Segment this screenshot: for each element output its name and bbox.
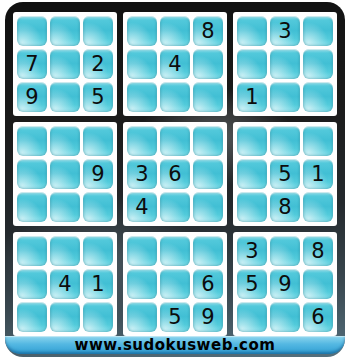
cell-r4c3[interactable] xyxy=(83,126,113,156)
cell-r4c7[interactable] xyxy=(237,126,267,156)
cell-r5c1[interactable] xyxy=(17,159,47,189)
cell-r9c1[interactable] xyxy=(17,302,47,332)
cell-r3c4[interactable] xyxy=(127,82,157,112)
cell-r2c2[interactable] xyxy=(50,49,80,79)
cell-r3c2[interactable] xyxy=(50,82,80,112)
cell-r8c4[interactable] xyxy=(127,269,157,299)
cell-r9c8[interactable] xyxy=(270,302,300,332)
cell-r8c7[interactable]: 5 xyxy=(237,269,267,299)
cell-r9c4[interactable] xyxy=(127,302,157,332)
cell-r1c1[interactable] xyxy=(17,16,47,46)
cell-r3c1[interactable]: 9 xyxy=(17,82,47,112)
box-2: 84 xyxy=(123,12,227,116)
cell-r2c3[interactable]: 2 xyxy=(83,49,113,79)
cell-r4c8[interactable] xyxy=(270,126,300,156)
cell-r2c7[interactable] xyxy=(237,49,267,79)
cell-r6c5[interactable] xyxy=(160,192,190,222)
cell-r1c3[interactable] xyxy=(83,16,113,46)
cell-r5c6[interactable] xyxy=(193,159,223,189)
cell-r7c5[interactable] xyxy=(160,236,190,266)
cell-r3c6[interactable] xyxy=(193,82,223,112)
cell-r6c4[interactable]: 4 xyxy=(127,192,157,222)
cell-r7c7[interactable]: 3 xyxy=(237,236,267,266)
cell-r3c9[interactable] xyxy=(303,82,333,112)
cell-r4c5[interactable] xyxy=(160,126,190,156)
cell-r1c7[interactable] xyxy=(237,16,267,46)
cell-r4c6[interactable] xyxy=(193,126,223,156)
cell-r7c8[interactable] xyxy=(270,236,300,266)
cell-r6c1[interactable] xyxy=(17,192,47,222)
cell-r6c9[interactable] xyxy=(303,192,333,222)
cell-r8c1[interactable] xyxy=(17,269,47,299)
cell-r9c9[interactable]: 6 xyxy=(303,302,333,332)
cell-r3c5[interactable] xyxy=(160,82,190,112)
cell-r6c3[interactable] xyxy=(83,192,113,222)
cell-r5c3[interactable]: 9 xyxy=(83,159,113,189)
cell-r7c4[interactable] xyxy=(127,236,157,266)
cell-r9c5[interactable]: 5 xyxy=(160,302,190,332)
cell-r1c2[interactable] xyxy=(50,16,80,46)
cell-r4c9[interactable] xyxy=(303,126,333,156)
box-3: 31 xyxy=(233,12,337,116)
cell-r7c9[interactable]: 8 xyxy=(303,236,333,266)
box-7: 41 xyxy=(13,232,117,336)
cell-r5c4[interactable]: 3 xyxy=(127,159,157,189)
cell-r6c2[interactable] xyxy=(50,192,80,222)
cell-r3c8[interactable] xyxy=(270,82,300,112)
sudoku-frame: 7295843193645184165938596 www.sudokusweb… xyxy=(5,2,345,357)
box-4: 9 xyxy=(13,122,117,226)
cell-r2c8[interactable] xyxy=(270,49,300,79)
cell-r9c2[interactable] xyxy=(50,302,80,332)
cell-r7c3[interactable] xyxy=(83,236,113,266)
cell-r5c9[interactable]: 1 xyxy=(303,159,333,189)
cell-r6c8[interactable]: 8 xyxy=(270,192,300,222)
cell-r2c5[interactable]: 4 xyxy=(160,49,190,79)
cell-r4c1[interactable] xyxy=(17,126,47,156)
cell-r2c4[interactable] xyxy=(127,49,157,79)
cell-r5c7[interactable] xyxy=(237,159,267,189)
cell-r8c9[interactable] xyxy=(303,269,333,299)
cell-r1c4[interactable] xyxy=(127,16,157,46)
cell-r7c6[interactable] xyxy=(193,236,223,266)
cell-r4c2[interactable] xyxy=(50,126,80,156)
box-1: 7295 xyxy=(13,12,117,116)
cell-r2c1[interactable]: 7 xyxy=(17,49,47,79)
cell-r8c8[interactable]: 9 xyxy=(270,269,300,299)
cell-r9c6[interactable]: 9 xyxy=(193,302,223,332)
cell-r1c8[interactable]: 3 xyxy=(270,16,300,46)
cell-r8c2[interactable]: 4 xyxy=(50,269,80,299)
sudokusweb-link[interactable]: www.sudokusweb.com xyxy=(75,336,276,354)
cell-r7c2[interactable] xyxy=(50,236,80,266)
cell-r6c6[interactable] xyxy=(193,192,223,222)
cell-r5c2[interactable] xyxy=(50,159,80,189)
cell-r2c9[interactable] xyxy=(303,49,333,79)
sudoku-board: 7295843193645184165938596 xyxy=(5,2,345,336)
cell-r5c8[interactable]: 5 xyxy=(270,159,300,189)
cell-r2c6[interactable] xyxy=(193,49,223,79)
cell-r6c7[interactable] xyxy=(237,192,267,222)
cell-r3c3[interactable]: 5 xyxy=(83,82,113,112)
cell-r1c9[interactable] xyxy=(303,16,333,46)
cell-r8c5[interactable] xyxy=(160,269,190,299)
cell-r8c6[interactable]: 6 xyxy=(193,269,223,299)
cell-r1c5[interactable] xyxy=(160,16,190,46)
footer-bar: www.sudokusweb.com xyxy=(5,336,345,354)
cell-r8c3[interactable]: 1 xyxy=(83,269,113,299)
cell-r9c3[interactable] xyxy=(83,302,113,332)
cell-r9c7[interactable] xyxy=(237,302,267,332)
cell-r1c6[interactable]: 8 xyxy=(193,16,223,46)
cell-r3c7[interactable]: 1 xyxy=(237,82,267,112)
cell-r7c1[interactable] xyxy=(17,236,47,266)
box-8: 659 xyxy=(123,232,227,336)
cell-r4c4[interactable] xyxy=(127,126,157,156)
box-9: 38596 xyxy=(233,232,337,336)
box-6: 518 xyxy=(233,122,337,226)
cell-r5c5[interactable]: 6 xyxy=(160,159,190,189)
box-5: 364 xyxy=(123,122,227,226)
